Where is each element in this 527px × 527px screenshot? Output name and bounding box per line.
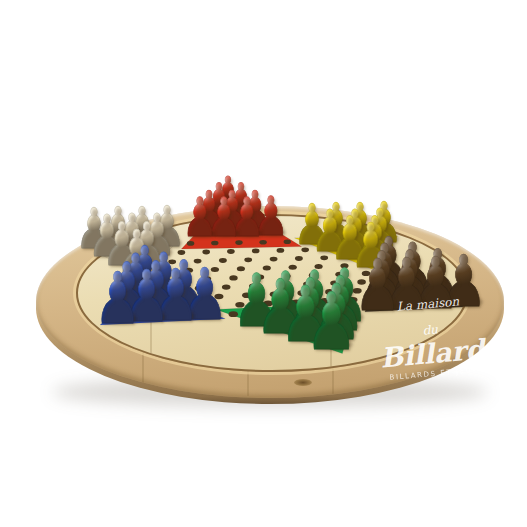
watermark-du: du — [422, 323, 439, 338]
product-photo: ♟♟♟♟♟♟♟♟♟♟♟♟♟♟♟♟♟♟♟♟♟♟♟♟♟♟♟♟♟♟♟♟♟♟♟♟♟♟♟♟… — [0, 0, 527, 527]
pegs-layer: ♟♟♟♟♟♟♟♟♟♟♟♟♟♟♟♟♟♟♟♟♟♟♟♟♟♟♟♟♟♟♟♟♟♟♟♟♟♟♟♟… — [0, 0, 527, 527]
watermark: La maison du Billard BILLARDS ET JEUX — [369, 293, 494, 383]
watermark-line2: du Billard — [370, 306, 492, 373]
peg-green[interactable]: ♟ — [303, 283, 361, 362]
peg-blue[interactable]: ♟ — [92, 263, 145, 334]
